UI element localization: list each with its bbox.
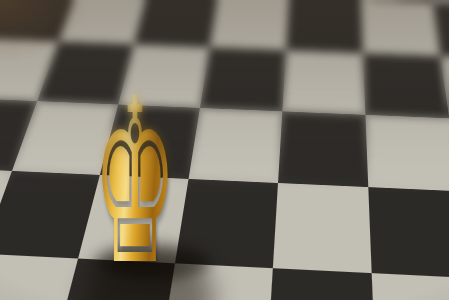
board-square [368, 187, 449, 278]
chessboard-photo: ♚ [0, 0, 449, 300]
board-square [365, 115, 449, 191]
chessboard [0, 0, 449, 300]
board-square [363, 53, 449, 118]
dust-speck [30, 6, 34, 9]
board-square [372, 273, 449, 300]
board-square [282, 50, 365, 115]
board-square [278, 111, 368, 187]
board-square [200, 47, 286, 111]
board-square [59, 0, 148, 44]
board-square [0, 254, 78, 300]
board-square [267, 268, 376, 300]
board-square [210, 0, 290, 50]
king-glyph: ♚ [88, 82, 182, 282]
board-square [286, 0, 363, 53]
board-square [361, 0, 441, 56]
board-square [273, 183, 372, 273]
board-square [189, 108, 283, 183]
board-square [134, 0, 218, 47]
